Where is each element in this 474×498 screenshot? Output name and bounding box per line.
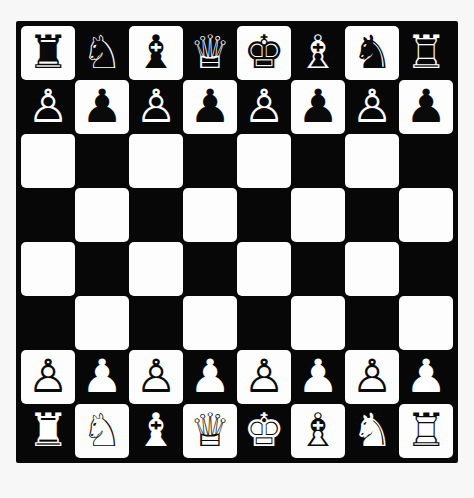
piece-white-knight: ♞ [351, 403, 392, 457]
square-d4[interactable] [183, 242, 237, 296]
square-a7[interactable]: ♙ [21, 80, 75, 134]
square-f5[interactable] [291, 188, 345, 242]
page-background: { "game": "chess", "position": { "fen": … [0, 0, 474, 498]
square-g8[interactable]: ♞ [345, 26, 399, 80]
square-a1[interactable]: ♜ [21, 404, 75, 458]
piece-white-pawn: ♟ [81, 349, 122, 403]
square-e7[interactable]: ♙ [237, 80, 291, 134]
square-g4[interactable] [345, 242, 399, 296]
piece-black-pawn: ♟ [81, 79, 122, 133]
square-c6[interactable] [129, 134, 183, 188]
square-g6[interactable] [345, 134, 399, 188]
piece-white-pawn: ♟ [297, 349, 338, 403]
piece-black-knight: ♞ [351, 25, 392, 79]
square-a6[interactable] [21, 134, 75, 188]
piece-white-pawn: ♟ [405, 349, 446, 403]
piece-black-rook: ♜ [27, 25, 68, 79]
square-h1[interactable]: ♖ [399, 404, 453, 458]
piece-white-rook: ♜ [27, 403, 68, 457]
square-b7[interactable]: ♟ [75, 80, 129, 134]
piece-black-pawn: ♙ [135, 79, 176, 133]
square-a5[interactable] [21, 188, 75, 242]
square-b1[interactable]: ♘ [75, 404, 129, 458]
square-g7[interactable]: ♙ [345, 80, 399, 134]
piece-black-king: ♚ [243, 25, 284, 79]
square-f3[interactable] [291, 296, 345, 350]
square-g3[interactable] [345, 296, 399, 350]
square-c5[interactable] [129, 188, 183, 242]
square-d1[interactable]: ♕ [183, 404, 237, 458]
square-a4[interactable] [21, 242, 75, 296]
square-b6[interactable] [75, 134, 129, 188]
square-a8[interactable]: ♜ [21, 26, 75, 80]
chess-board: ♜♘♝♕♚♗♞♖♙♟♙♟♙♟♙♟♙♟♙♟♙♟♙♟♜♘♝♕♚♗♞♖ [16, 21, 458, 463]
square-d2[interactable]: ♟ [183, 350, 237, 404]
square-e2[interactable]: ♙ [237, 350, 291, 404]
square-f2[interactable]: ♟ [291, 350, 345, 404]
piece-white-bishop: ♝ [135, 403, 176, 457]
square-g5[interactable] [345, 188, 399, 242]
square-d8[interactable]: ♕ [183, 26, 237, 80]
square-f7[interactable]: ♟ [291, 80, 345, 134]
square-g1[interactable]: ♞ [345, 404, 399, 458]
square-h7[interactable]: ♟ [399, 80, 453, 134]
square-h3[interactable] [399, 296, 453, 350]
piece-white-bishop: ♗ [297, 403, 338, 457]
square-e3[interactable] [237, 296, 291, 350]
square-c3[interactable] [129, 296, 183, 350]
square-a3[interactable] [21, 296, 75, 350]
square-b2[interactable]: ♟ [75, 350, 129, 404]
piece-black-pawn: ♟ [297, 79, 338, 133]
piece-white-rook: ♖ [405, 403, 446, 457]
square-b3[interactable] [75, 296, 129, 350]
piece-white-pawn: ♙ [243, 349, 284, 403]
piece-white-pawn: ♙ [135, 349, 176, 403]
square-h8[interactable]: ♖ [399, 26, 453, 80]
square-d3[interactable] [183, 296, 237, 350]
piece-black-pawn: ♟ [405, 79, 446, 133]
square-e5[interactable] [237, 188, 291, 242]
piece-black-pawn: ♙ [27, 79, 68, 133]
square-c1[interactable]: ♝ [129, 404, 183, 458]
square-c2[interactable]: ♙ [129, 350, 183, 404]
square-c8[interactable]: ♝ [129, 26, 183, 80]
piece-black-pawn: ♙ [351, 79, 392, 133]
board-grid: ♜♘♝♕♚♗♞♖♙♟♙♟♙♟♙♟♙♟♙♟♙♟♙♟♜♘♝♕♚♗♞♖ [21, 26, 453, 458]
piece-white-pawn: ♙ [351, 349, 392, 403]
piece-black-bishop: ♝ [135, 25, 176, 79]
square-e6[interactable] [237, 134, 291, 188]
square-f6[interactable] [291, 134, 345, 188]
square-e8[interactable]: ♚ [237, 26, 291, 80]
square-d5[interactable] [183, 188, 237, 242]
square-h4[interactable] [399, 242, 453, 296]
square-e4[interactable] [237, 242, 291, 296]
square-h2[interactable]: ♟ [399, 350, 453, 404]
square-c4[interactable] [129, 242, 183, 296]
square-h6[interactable] [399, 134, 453, 188]
piece-white-queen: ♕ [189, 403, 230, 457]
square-b4[interactable] [75, 242, 129, 296]
square-c7[interactable]: ♙ [129, 80, 183, 134]
square-d7[interactable]: ♟ [183, 80, 237, 134]
square-h5[interactable] [399, 188, 453, 242]
piece-white-pawn: ♙ [27, 349, 68, 403]
square-f1[interactable]: ♗ [291, 404, 345, 458]
square-b5[interactable] [75, 188, 129, 242]
piece-white-pawn: ♟ [189, 349, 230, 403]
square-b8[interactable]: ♘ [75, 26, 129, 80]
square-a2[interactable]: ♙ [21, 350, 75, 404]
piece-black-queen: ♕ [189, 25, 230, 79]
piece-black-pawn: ♟ [189, 79, 230, 133]
piece-black-pawn: ♙ [243, 79, 284, 133]
square-d6[interactable] [183, 134, 237, 188]
piece-white-knight: ♘ [81, 403, 122, 457]
piece-black-rook: ♖ [405, 25, 446, 79]
square-g2[interactable]: ♙ [345, 350, 399, 404]
piece-black-bishop: ♗ [297, 25, 338, 79]
square-e1[interactable]: ♚ [237, 404, 291, 458]
piece-white-king: ♚ [243, 403, 284, 457]
piece-black-knight: ♘ [81, 25, 122, 79]
square-f4[interactable] [291, 242, 345, 296]
square-f8[interactable]: ♗ [291, 26, 345, 80]
